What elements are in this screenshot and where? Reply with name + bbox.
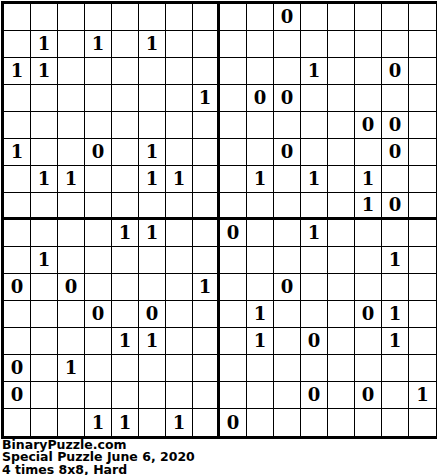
cell-r16c10[interactable]	[247, 409, 274, 436]
cell-r3c13[interactable]	[328, 58, 355, 85]
cell-r11c15[interactable]	[382, 274, 409, 301]
cell-r1c15[interactable]	[382, 4, 409, 31]
cell-r4c13[interactable]	[328, 85, 355, 112]
cell-r13c5: 1	[112, 328, 139, 355]
cell-r9c6: 1	[139, 220, 166, 247]
cell-r2c1[interactable]	[4, 31, 31, 58]
cell-r8c9[interactable]	[220, 193, 247, 220]
cell-r1c3[interactable]	[58, 4, 85, 31]
cell-r4c11: 0	[274, 85, 301, 112]
cell-r5c3[interactable]	[58, 112, 85, 139]
cell-r15c14: 0	[355, 382, 382, 409]
cell-r8c8[interactable]	[193, 193, 220, 220]
cell-r1c7[interactable]	[166, 4, 193, 31]
cell-r11c10[interactable]	[247, 274, 274, 301]
cell-r3c6[interactable]	[139, 58, 166, 85]
cell-r13c13[interactable]	[328, 328, 355, 355]
cell-r2c15[interactable]	[382, 31, 409, 58]
cell-r16c4: 1	[85, 409, 112, 436]
cell-r9c1[interactable]	[4, 220, 31, 247]
cell-r13c6: 1	[139, 328, 166, 355]
cell-r2c9[interactable]	[220, 31, 247, 58]
cell-r2c3[interactable]	[58, 31, 85, 58]
cell-r11c1: 0	[4, 274, 31, 301]
page: 0111111010000101001111111101101110010001…	[0, 0, 437, 475]
cell-r15c6[interactable]	[139, 382, 166, 409]
cell-r14c13[interactable]	[328, 355, 355, 382]
cell-r5c7[interactable]	[166, 112, 193, 139]
cell-r6c10[interactable]	[247, 139, 274, 166]
cell-r10c5[interactable]	[112, 247, 139, 274]
cell-r7c12: 1	[301, 166, 328, 193]
cell-r6c8[interactable]	[193, 139, 220, 166]
cell-r5c15: 0	[382, 112, 409, 139]
cell-r16c11[interactable]	[274, 409, 301, 436]
cell-r10c3[interactable]	[58, 247, 85, 274]
cell-r15c1: 0	[4, 382, 31, 409]
cell-r10c7[interactable]	[166, 247, 193, 274]
cell-r4c16[interactable]	[409, 85, 436, 112]
cell-r16c15[interactable]	[382, 409, 409, 436]
cell-r11c6[interactable]	[139, 274, 166, 301]
cell-r9c15[interactable]	[382, 220, 409, 247]
cell-r14c15[interactable]	[382, 355, 409, 382]
cell-r8c15: 0	[382, 193, 409, 220]
cell-r10c9[interactable]	[220, 247, 247, 274]
cell-r16c6[interactable]	[139, 409, 166, 436]
cell-r12c2[interactable]	[31, 301, 58, 328]
cell-r14c11[interactable]	[274, 355, 301, 382]
cell-r4c8: 1	[193, 85, 220, 112]
cell-r8c7[interactable]	[166, 193, 193, 220]
cell-r5c13[interactable]	[328, 112, 355, 139]
cell-r8c2[interactable]	[31, 193, 58, 220]
cell-r1c12[interactable]	[301, 4, 328, 31]
cell-r7c10: 1	[247, 166, 274, 193]
cell-r12c9[interactable]	[220, 301, 247, 328]
cell-r14c7[interactable]	[166, 355, 193, 382]
cell-r11c12[interactable]	[301, 274, 328, 301]
cell-r3c7[interactable]	[166, 58, 193, 85]
cell-r6c2[interactable]	[31, 139, 58, 166]
cell-r15c5[interactable]	[112, 382, 139, 409]
cell-r13c14[interactable]	[355, 328, 382, 355]
cell-r16c7: 1	[166, 409, 193, 436]
cell-r5c6[interactable]	[139, 112, 166, 139]
cell-r8c11[interactable]	[274, 193, 301, 220]
cell-r5c11[interactable]	[274, 112, 301, 139]
cell-r14c12[interactable]	[301, 355, 328, 382]
cell-r3c8[interactable]	[193, 58, 220, 85]
cell-r9c11[interactable]	[274, 220, 301, 247]
cell-r6c14[interactable]	[355, 139, 382, 166]
cell-r4c10: 0	[247, 85, 274, 112]
cell-r14c6[interactable]	[139, 355, 166, 382]
cell-r16c5: 1	[112, 409, 139, 436]
cell-r5c2[interactable]	[31, 112, 58, 139]
cell-r15c3[interactable]	[58, 382, 85, 409]
cell-r14c8[interactable]	[193, 355, 220, 382]
cell-r4c15[interactable]	[382, 85, 409, 112]
cell-r14c4[interactable]	[85, 355, 112, 382]
cell-r13c11[interactable]	[274, 328, 301, 355]
cell-r4c14[interactable]	[355, 85, 382, 112]
cell-r11c3: 0	[58, 274, 85, 301]
cell-r4c9[interactable]	[220, 85, 247, 112]
cell-r15c13[interactable]	[328, 382, 355, 409]
footer: BinaryPuzzle.com Special Puzzle June 6, …	[1, 439, 437, 475]
cell-r6c5[interactable]	[112, 139, 139, 166]
cell-r4c6[interactable]	[139, 85, 166, 112]
cell-r2c4: 1	[85, 31, 112, 58]
cell-r7c9[interactable]	[220, 166, 247, 193]
cell-r3c5[interactable]	[112, 58, 139, 85]
cell-r8c3[interactable]	[58, 193, 85, 220]
cell-r6c7[interactable]	[166, 139, 193, 166]
cell-r12c15: 1	[382, 301, 409, 328]
cell-r16c3[interactable]	[58, 409, 85, 436]
cell-r10c11[interactable]	[274, 247, 301, 274]
cell-r1c11: 0	[274, 4, 301, 31]
cell-r15c15[interactable]	[382, 382, 409, 409]
cell-r5c14: 0	[355, 112, 382, 139]
cell-r16c13[interactable]	[328, 409, 355, 436]
cell-r3c1: 1	[4, 58, 31, 85]
cell-r8c6[interactable]	[139, 193, 166, 220]
cell-r3c15: 0	[382, 58, 409, 85]
cell-r5c10[interactable]	[247, 112, 274, 139]
cell-r9c2[interactable]	[31, 220, 58, 247]
cell-r2c12[interactable]	[301, 31, 328, 58]
cell-r10c1[interactable]	[4, 247, 31, 274]
cell-r7c11[interactable]	[274, 166, 301, 193]
cell-r10c6[interactable]	[139, 247, 166, 274]
cell-r6c12[interactable]	[301, 139, 328, 166]
cell-r9c9: 0	[220, 220, 247, 247]
cell-r11c13[interactable]	[328, 274, 355, 301]
cell-r3c14[interactable]	[355, 58, 382, 85]
cell-r1c16[interactable]	[409, 4, 436, 31]
cell-r1c5[interactable]	[112, 4, 139, 31]
cell-r3c9[interactable]	[220, 58, 247, 85]
cell-r9c12: 1	[301, 220, 328, 247]
cell-r2c5[interactable]	[112, 31, 139, 58]
cell-r1c14[interactable]	[355, 4, 382, 31]
cell-r10c8[interactable]	[193, 247, 220, 274]
cell-r6c13[interactable]	[328, 139, 355, 166]
cell-r3c4[interactable]	[85, 58, 112, 85]
cell-r8c12[interactable]	[301, 193, 328, 220]
cell-r11c14[interactable]	[355, 274, 382, 301]
cell-r13c15: 1	[382, 328, 409, 355]
cell-r15c12: 0	[301, 382, 328, 409]
cell-r5c8[interactable]	[193, 112, 220, 139]
cell-r4c4[interactable]	[85, 85, 112, 112]
cell-r7c3: 1	[58, 166, 85, 193]
cell-r7c2: 1	[31, 166, 58, 193]
cell-r14c3: 1	[58, 355, 85, 382]
cell-r4c7[interactable]	[166, 85, 193, 112]
cell-r13c2[interactable]	[31, 328, 58, 355]
cell-r4c5[interactable]	[112, 85, 139, 112]
cell-r6c1: 1	[4, 139, 31, 166]
cell-r14c1: 0	[4, 355, 31, 382]
cell-r12c16[interactable]	[409, 301, 436, 328]
cell-r6c3[interactable]	[58, 139, 85, 166]
cell-r12c7[interactable]	[166, 301, 193, 328]
cell-r2c11[interactable]	[274, 31, 301, 58]
cell-r7c8[interactable]	[193, 166, 220, 193]
cell-r13c16[interactable]	[409, 328, 436, 355]
cell-r2c8[interactable]	[193, 31, 220, 58]
cell-r1c8[interactable]	[193, 4, 220, 31]
cell-r5c16[interactable]	[409, 112, 436, 139]
cell-r2c16[interactable]	[409, 31, 436, 58]
cell-r11c7[interactable]	[166, 274, 193, 301]
cell-r8c5[interactable]	[112, 193, 139, 220]
cell-r5c4[interactable]	[85, 112, 112, 139]
cell-r12c11[interactable]	[274, 301, 301, 328]
cell-r13c1[interactable]	[4, 328, 31, 355]
cell-r15c8[interactable]	[193, 382, 220, 409]
cell-r16c12[interactable]	[301, 409, 328, 436]
cell-r7c6: 1	[139, 166, 166, 193]
cell-r7c15[interactable]	[382, 166, 409, 193]
cell-r13c8[interactable]	[193, 328, 220, 355]
cell-r5c9[interactable]	[220, 112, 247, 139]
cell-r9c5: 1	[112, 220, 139, 247]
cell-r10c12[interactable]	[301, 247, 328, 274]
cell-r14c14[interactable]	[355, 355, 382, 382]
cell-r8c4[interactable]	[85, 193, 112, 220]
cell-r1c6[interactable]	[139, 4, 166, 31]
cell-r12c8[interactable]	[193, 301, 220, 328]
cell-r7c7: 1	[166, 166, 193, 193]
cell-r8c13[interactable]	[328, 193, 355, 220]
board: 0111111010000101001111111101101110010001…	[1, 1, 437, 439]
cell-r1c4[interactable]	[85, 4, 112, 31]
cell-r5c1[interactable]	[4, 112, 31, 139]
cell-r12c13[interactable]	[328, 301, 355, 328]
cell-r12c5[interactable]	[112, 301, 139, 328]
cell-r14c16[interactable]	[409, 355, 436, 382]
cell-r10c2: 1	[31, 247, 58, 274]
cell-r6c11: 0	[274, 139, 301, 166]
cell-r10c16[interactable]	[409, 247, 436, 274]
cell-r8c1[interactable]	[4, 193, 31, 220]
cell-r13c10: 1	[247, 328, 274, 355]
cell-r15c4[interactable]	[85, 382, 112, 409]
cell-r8c16[interactable]	[409, 193, 436, 220]
cell-r3c16[interactable]	[409, 58, 436, 85]
cell-r3c10[interactable]	[247, 58, 274, 85]
cell-r7c1[interactable]	[4, 166, 31, 193]
cell-r5c5[interactable]	[112, 112, 139, 139]
cell-r7c4[interactable]	[85, 166, 112, 193]
cell-r12c3[interactable]	[58, 301, 85, 328]
cell-r3c11[interactable]	[274, 58, 301, 85]
cell-r13c12: 0	[301, 328, 328, 355]
cell-r3c12: 1	[301, 58, 328, 85]
cell-r11c9[interactable]	[220, 274, 247, 301]
cell-r4c12[interactable]	[301, 85, 328, 112]
cell-r14c9[interactable]	[220, 355, 247, 382]
cell-r12c4: 0	[85, 301, 112, 328]
cell-r3c3[interactable]	[58, 58, 85, 85]
cell-r10c15: 1	[382, 247, 409, 274]
cell-r6c9[interactable]	[220, 139, 247, 166]
cell-r4c2[interactable]	[31, 85, 58, 112]
cell-r9c8[interactable]	[193, 220, 220, 247]
cell-r4c3[interactable]	[58, 85, 85, 112]
cell-r15c9[interactable]	[220, 382, 247, 409]
cell-r7c5[interactable]	[112, 166, 139, 193]
cell-r15c7[interactable]	[166, 382, 193, 409]
cell-r16c2[interactable]	[31, 409, 58, 436]
cell-r12c1[interactable]	[4, 301, 31, 328]
cell-r1c9[interactable]	[220, 4, 247, 31]
cell-r16c14[interactable]	[355, 409, 382, 436]
cell-r1c2[interactable]	[31, 4, 58, 31]
cell-r13c3[interactable]	[58, 328, 85, 355]
cell-r14c5[interactable]	[112, 355, 139, 382]
cell-r11c8: 1	[193, 274, 220, 301]
cell-r13c4[interactable]	[85, 328, 112, 355]
cell-r15c10[interactable]	[247, 382, 274, 409]
cell-r7c14: 1	[355, 166, 382, 193]
cell-r2c7[interactable]	[166, 31, 193, 58]
cell-r6c4: 0	[85, 139, 112, 166]
cell-r10c4[interactable]	[85, 247, 112, 274]
cell-r11c11: 0	[274, 274, 301, 301]
cell-r12c12[interactable]	[301, 301, 328, 328]
cell-r11c16[interactable]	[409, 274, 436, 301]
cell-r14c2[interactable]	[31, 355, 58, 382]
cell-r1c1[interactable]	[4, 4, 31, 31]
cell-r15c2[interactable]	[31, 382, 58, 409]
cell-r1c10[interactable]	[247, 4, 274, 31]
puzzle-variant: 4 times 8x8, Hard	[2, 464, 437, 475]
cell-r13c7[interactable]	[166, 328, 193, 355]
cell-r2c2: 1	[31, 31, 58, 58]
cell-r12c6: 0	[139, 301, 166, 328]
cell-r8c10[interactable]	[247, 193, 274, 220]
cell-r1c13[interactable]	[328, 4, 355, 31]
cell-r16c8[interactable]	[193, 409, 220, 436]
cell-r2c10[interactable]	[247, 31, 274, 58]
cell-r16c1[interactable]	[4, 409, 31, 436]
cell-r5c12[interactable]	[301, 112, 328, 139]
cell-r6c16[interactable]	[409, 139, 436, 166]
cell-r6c6: 1	[139, 139, 166, 166]
cell-r9c13[interactable]	[328, 220, 355, 247]
cell-r9c14[interactable]	[355, 220, 382, 247]
cell-r9c16[interactable]	[409, 220, 436, 247]
cell-r9c7[interactable]	[166, 220, 193, 247]
cell-r13c9[interactable]	[220, 328, 247, 355]
cell-r15c16: 1	[409, 382, 436, 409]
cell-r10c10[interactable]	[247, 247, 274, 274]
cell-r7c13[interactable]	[328, 166, 355, 193]
cell-r16c16[interactable]	[409, 409, 436, 436]
cell-r10c13[interactable]	[328, 247, 355, 274]
cell-r11c2[interactable]	[31, 274, 58, 301]
cell-r4c1[interactable]	[4, 85, 31, 112]
cell-r15c11[interactable]	[274, 382, 301, 409]
cell-r2c6: 1	[139, 31, 166, 58]
cell-r7c16[interactable]	[409, 166, 436, 193]
cell-r12c14: 0	[355, 301, 382, 328]
cell-r8c14: 1	[355, 193, 382, 220]
cell-r6c15: 0	[382, 139, 409, 166]
cell-r2c14[interactable]	[355, 31, 382, 58]
cell-r11c4[interactable]	[85, 274, 112, 301]
cell-r9c10[interactable]	[247, 220, 274, 247]
cell-r2c13[interactable]	[328, 31, 355, 58]
cell-r12c10: 1	[247, 301, 274, 328]
cell-r10c14[interactable]	[355, 247, 382, 274]
cell-r16c9: 0	[220, 409, 247, 436]
cell-r3c2: 1	[31, 58, 58, 85]
cell-r11c5[interactable]	[112, 274, 139, 301]
cell-r9c4[interactable]	[85, 220, 112, 247]
cell-r9c3[interactable]	[58, 220, 85, 247]
cell-r14c10[interactable]	[247, 355, 274, 382]
